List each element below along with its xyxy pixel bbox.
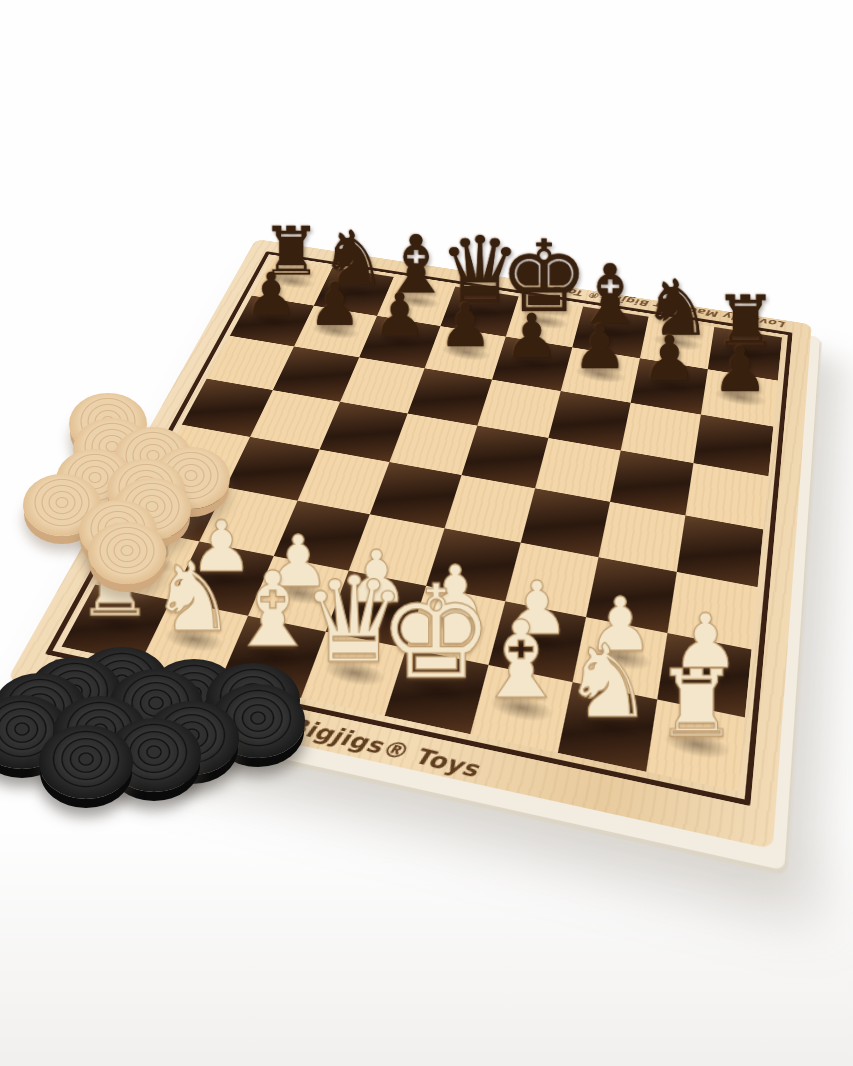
light-rook-glyph: ♜ <box>625 662 768 748</box>
checker-dark-disc[interactable] <box>39 725 133 799</box>
product-photo: Lovingly Made for Bigjigs® Toys Lovingly… <box>0 0 853 1066</box>
dark-pawn-glyph: ♟ <box>683 342 796 399</box>
checker-light-disc[interactable] <box>88 522 166 584</box>
